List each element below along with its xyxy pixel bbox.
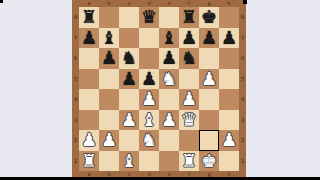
coord-label: 6 bbox=[72, 48, 79, 69]
square-g8[interactable]: ♚ bbox=[199, 7, 219, 28]
rank-labels-left: 87654321 bbox=[72, 7, 79, 171]
piece-black-pawn: ♟ bbox=[201, 27, 217, 48]
square-d4[interactable]: ♟ bbox=[139, 89, 159, 110]
piece-black-pawn: ♟ bbox=[101, 48, 117, 69]
coord-label: 2 bbox=[239, 130, 246, 151]
square-h8[interactable] bbox=[219, 7, 239, 28]
square-f5[interactable] bbox=[179, 69, 199, 90]
piece-black-pawn: ♟ bbox=[121, 68, 137, 89]
square-d7[interactable] bbox=[139, 28, 159, 49]
square-e7[interactable]: ♝ bbox=[159, 28, 179, 49]
square-e6[interactable]: ♟ bbox=[159, 48, 179, 69]
square-e3[interactable]: ♟ bbox=[159, 110, 179, 131]
piece-white-pawn: ♟ bbox=[181, 89, 197, 110]
piece-white-bishop: ♝ bbox=[121, 150, 137, 171]
square-b8[interactable] bbox=[99, 7, 119, 28]
square-a4[interactable] bbox=[79, 89, 99, 110]
square-g1[interactable]: ♚ bbox=[199, 151, 219, 172]
piece-black-queen: ♛ bbox=[141, 7, 157, 28]
square-h1[interactable] bbox=[219, 151, 239, 172]
square-c2[interactable] bbox=[119, 130, 139, 151]
coord-label: 7 bbox=[72, 28, 79, 49]
bottom-edge-strip bbox=[0, 177, 320, 180]
square-g5[interactable]: ♟ bbox=[199, 69, 219, 90]
square-a3[interactable] bbox=[79, 110, 99, 131]
square-a6[interactable] bbox=[79, 48, 99, 69]
square-a5[interactable] bbox=[79, 69, 99, 90]
coord-label: 3 bbox=[239, 110, 246, 131]
square-b1[interactable] bbox=[99, 151, 119, 172]
square-c5[interactable]: ♟ bbox=[119, 69, 139, 90]
piece-white-queen: ♛ bbox=[181, 109, 197, 130]
square-e4[interactable] bbox=[159, 89, 179, 110]
coord-label: 8 bbox=[239, 7, 246, 28]
piece-black-rook: ♜ bbox=[81, 7, 97, 28]
square-e8[interactable] bbox=[159, 7, 179, 28]
square-g7[interactable]: ♟ bbox=[199, 28, 219, 49]
square-f8[interactable]: ♜ bbox=[179, 7, 199, 28]
square-g2[interactable] bbox=[199, 130, 219, 151]
square-c1[interactable]: ♝ bbox=[119, 151, 139, 172]
square-b5[interactable] bbox=[99, 69, 119, 90]
top-left-corner-artifact bbox=[0, 0, 3, 3]
piece-black-pawn: ♟ bbox=[81, 27, 97, 48]
piece-black-knight: ♞ bbox=[181, 48, 197, 69]
square-h6[interactable] bbox=[219, 48, 239, 69]
square-c3[interactable]: ♟ bbox=[119, 110, 139, 131]
piece-white-pawn: ♟ bbox=[121, 109, 137, 130]
square-c6[interactable]: ♞ bbox=[119, 48, 139, 69]
piece-black-pawn: ♟ bbox=[141, 68, 157, 89]
piece-white-pawn: ♟ bbox=[81, 130, 97, 151]
piece-white-rook: ♜ bbox=[181, 150, 197, 171]
square-b3[interactable] bbox=[99, 110, 119, 131]
square-e1[interactable] bbox=[159, 151, 179, 172]
square-d5[interactable]: ♟ bbox=[139, 69, 159, 90]
piece-white-rook: ♜ bbox=[81, 150, 97, 171]
coord-label: 5 bbox=[72, 69, 79, 90]
square-b4[interactable] bbox=[99, 89, 119, 110]
piece-black-rook: ♜ bbox=[181, 7, 197, 28]
square-f3[interactable]: ♛ bbox=[179, 110, 199, 131]
piece-white-pawn: ♟ bbox=[221, 130, 237, 151]
square-h3[interactable] bbox=[219, 110, 239, 131]
square-c4[interactable] bbox=[119, 89, 139, 110]
square-f7[interactable]: ♟ bbox=[179, 28, 199, 49]
square-a8[interactable]: ♜ bbox=[79, 7, 99, 28]
coord-label: 4 bbox=[239, 89, 246, 110]
square-d8[interactable]: ♛ bbox=[139, 7, 159, 28]
coord-label: h bbox=[219, 0, 239, 7]
piece-black-pawn: ♟ bbox=[161, 48, 177, 69]
square-b6[interactable]: ♟ bbox=[99, 48, 119, 69]
rank-labels-right: 87654321 bbox=[239, 7, 246, 171]
piece-black-bishop: ♝ bbox=[101, 27, 117, 48]
piece-black-pawn: ♟ bbox=[221, 27, 237, 48]
board-corner-artifact bbox=[243, 0, 247, 4]
square-a1[interactable]: ♜ bbox=[79, 151, 99, 172]
square-b7[interactable]: ♝ bbox=[99, 28, 119, 49]
square-a7[interactable]: ♟ bbox=[79, 28, 99, 49]
square-g6[interactable] bbox=[199, 48, 219, 69]
chess-board: abcdefgh abcdefgh 87654321 87654321 ♜♛♜♚… bbox=[72, 0, 246, 178]
square-f1[interactable]: ♜ bbox=[179, 151, 199, 172]
square-h2[interactable]: ♟ bbox=[219, 130, 239, 151]
square-h5[interactable] bbox=[219, 69, 239, 90]
coord-label: c bbox=[119, 0, 139, 7]
square-e5[interactable]: ♞ bbox=[159, 69, 179, 90]
square-d6[interactable] bbox=[139, 48, 159, 69]
coord-label: 5 bbox=[239, 69, 246, 90]
piece-white-pawn: ♟ bbox=[161, 109, 177, 130]
square-f2[interactable] bbox=[179, 130, 199, 151]
piece-white-pawn: ♟ bbox=[141, 89, 157, 110]
square-c8[interactable] bbox=[119, 7, 139, 28]
piece-black-bishop: ♝ bbox=[161, 27, 177, 48]
screenshot-stage: abcdefgh abcdefgh 87654321 87654321 ♜♛♜♚… bbox=[0, 0, 320, 180]
piece-white-bishop: ♝ bbox=[141, 109, 157, 130]
coord-label: 7 bbox=[239, 28, 246, 49]
piece-white-knight: ♞ bbox=[161, 68, 177, 89]
coord-label: 8 bbox=[72, 7, 79, 28]
coord-label: 2 bbox=[72, 130, 79, 151]
piece-black-king: ♚ bbox=[201, 7, 217, 28]
square-d1[interactable] bbox=[139, 151, 159, 172]
square-a2[interactable]: ♟ bbox=[79, 130, 99, 151]
coord-label: b bbox=[99, 0, 119, 7]
piece-black-pawn: ♟ bbox=[181, 27, 197, 48]
piece-white-knight: ♞ bbox=[141, 130, 157, 151]
square-e2[interactable] bbox=[159, 130, 179, 151]
square-g4[interactable] bbox=[199, 89, 219, 110]
square-h4[interactable] bbox=[219, 89, 239, 110]
coord-label: 3 bbox=[72, 110, 79, 131]
square-h7[interactable]: ♟ bbox=[219, 28, 239, 49]
square-d3[interactable]: ♝ bbox=[139, 110, 159, 131]
square-f4[interactable]: ♟ bbox=[179, 89, 199, 110]
square-d2[interactable]: ♞ bbox=[139, 130, 159, 151]
square-c7[interactable] bbox=[119, 28, 139, 49]
piece-black-knight: ♞ bbox=[121, 48, 137, 69]
square-g3[interactable] bbox=[199, 110, 219, 131]
piece-white-pawn: ♟ bbox=[201, 68, 217, 89]
coord-label: 1 bbox=[72, 151, 79, 172]
coord-label: 4 bbox=[72, 89, 79, 110]
coord-label: 1 bbox=[239, 151, 246, 172]
square-f6[interactable]: ♞ bbox=[179, 48, 199, 69]
square-b2[interactable]: ♟ bbox=[99, 130, 119, 151]
coord-label: e bbox=[159, 0, 179, 7]
piece-white-pawn: ♟ bbox=[101, 130, 117, 151]
coord-label: 6 bbox=[239, 48, 246, 69]
piece-white-king: ♚ bbox=[201, 150, 217, 171]
board-grid: ♜♛♜♚♟♝♝♟♟♟♟♞♟♞♟♟♞♟♟♟♟♝♟♛♟♟♞♟♜♝♜♚ bbox=[79, 7, 239, 171]
